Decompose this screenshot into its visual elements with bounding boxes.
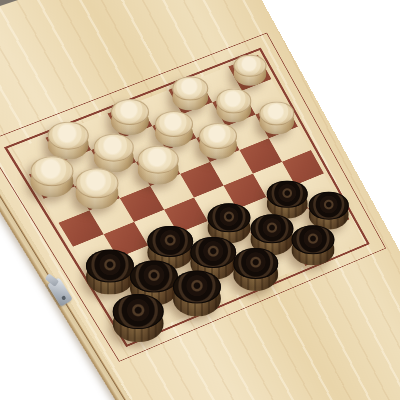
checker-piece-light[interactable]	[259, 101, 295, 135]
checker-piece-light[interactable]	[233, 55, 266, 86]
piece-top	[259, 101, 295, 125]
checker-piece-light[interactable]	[216, 89, 252, 123]
piece-top	[233, 55, 266, 78]
piece-top	[138, 146, 179, 174]
checker-piece-dark[interactable]	[173, 271, 221, 317]
piece-top	[48, 122, 89, 150]
piece-top	[147, 226, 193, 257]
checker-piece-light[interactable]	[93, 134, 134, 173]
checker-piece-light[interactable]	[173, 77, 209, 111]
piece-top	[173, 77, 209, 101]
piece-top	[113, 294, 164, 329]
checker-piece-light[interactable]	[138, 146, 179, 185]
piece-top	[190, 237, 236, 268]
checker-piece-dark[interactable]	[233, 248, 279, 291]
piece-top	[216, 89, 252, 113]
pieces-layer	[0, 0, 400, 400]
piece-top	[267, 180, 308, 208]
checkers-set-photo	[0, 0, 400, 400]
checker-piece-dark[interactable]	[86, 249, 134, 295]
piece-top	[233, 248, 279, 279]
piece-top	[93, 134, 134, 162]
checker-piece-light[interactable]	[199, 123, 237, 159]
piece-top	[155, 111, 193, 137]
checker-piece-light[interactable]	[48, 122, 89, 161]
checker-piece-light[interactable]	[111, 99, 149, 135]
piece-top	[199, 123, 237, 149]
checker-piece-light[interactable]	[155, 111, 193, 147]
piece-top	[130, 260, 178, 293]
checker-piece-light[interactable]	[76, 169, 119, 210]
checker-piece-dark[interactable]	[292, 225, 335, 266]
piece-top	[309, 191, 350, 219]
checker-piece-dark[interactable]	[113, 294, 164, 342]
piece-top	[111, 99, 149, 125]
checker-piece-light[interactable]	[30, 157, 73, 198]
piece-top	[173, 271, 221, 304]
piece-top	[86, 249, 134, 282]
